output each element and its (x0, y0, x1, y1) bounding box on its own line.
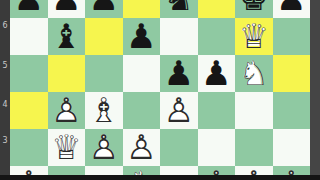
piece-white-queen-g6[interactable]: ♛♕ (235, 18, 273, 55)
knight-fill: ♞ (123, 166, 161, 175)
piece-white-pawn-e4[interactable]: ♟♙ (160, 92, 198, 129)
square-g7[interactable]: ♚ (235, 0, 273, 18)
square-h3[interactable] (273, 129, 311, 166)
pawn-fill: ♟ (85, 129, 123, 166)
square-c5[interactable] (85, 55, 123, 92)
knight-glyph: ♞ (164, 0, 194, 18)
pawn-outline: ♙ (201, 166, 231, 175)
chess-app-viewport: 6543 ♟♟♟♞♚♟♝♟♛♕♟♟♞♘♟♙♝♗♟♙♛♕♟♙♟♙♟♙♞♘♟♙♟♙♟… (0, 0, 320, 180)
square-h6[interactable] (273, 18, 311, 55)
bishop-outline: ♗ (89, 92, 119, 129)
pawn-fill: ♟ (198, 166, 236, 175)
king-glyph: ♚ (239, 0, 269, 18)
piece-white-bishop-c4[interactable]: ♝♗ (85, 92, 123, 129)
pawn-outline: ♙ (239, 166, 269, 175)
square-h2[interactable]: ♟♙ (273, 166, 311, 175)
queen-fill: ♛ (48, 129, 86, 166)
square-b7[interactable]: ♟ (48, 0, 86, 18)
square-a4[interactable] (10, 92, 48, 129)
bishop-glyph: ♝ (51, 18, 81, 55)
pawn-fill: ♟ (235, 166, 273, 175)
queen-outline: ♕ (51, 129, 81, 166)
pawn-fill: ♟ (273, 166, 311, 175)
square-g5[interactable]: ♞♘ (235, 55, 273, 92)
square-f4[interactable] (198, 92, 236, 129)
piece-black-king-g7[interactable]: ♚ (235, 0, 273, 17)
pawn-fill: ♟ (48, 92, 86, 129)
piece-black-pawn-f5[interactable]: ♟ (198, 55, 236, 92)
square-h5[interactable] (273, 55, 311, 92)
square-g4[interactable] (235, 92, 273, 129)
pawn-fill: ♟ (160, 92, 198, 129)
rank-label-5: 5 (0, 61, 10, 71)
pawn-outline: ♙ (14, 166, 44, 175)
pawn-glyph: ♟ (201, 55, 231, 92)
square-f3[interactable] (198, 129, 236, 166)
piece-black-pawn-d6[interactable]: ♟ (123, 18, 161, 55)
pawn-fill: ♟ (10, 166, 48, 175)
square-d2[interactable]: ♞♘ (123, 166, 161, 175)
queen-fill: ♛ (235, 18, 273, 55)
pawn-outline: ♙ (51, 92, 81, 129)
square-c7[interactable]: ♟ (85, 0, 123, 18)
pawn-glyph: ♟ (164, 55, 194, 92)
square-c4[interactable]: ♝♗ (85, 92, 123, 129)
piece-black-pawn-h7[interactable]: ♟ (273, 0, 311, 17)
square-a7[interactable]: ♟ (10, 0, 48, 18)
square-e6[interactable] (160, 18, 198, 55)
piece-black-pawn-c7[interactable]: ♟ (85, 0, 123, 17)
piece-black-pawn-b7[interactable]: ♟ (48, 0, 86, 17)
square-a3[interactable] (10, 129, 48, 166)
square-d7[interactable] (123, 0, 161, 18)
piece-white-knight-g5[interactable]: ♞♘ (235, 55, 273, 92)
piece-white-pawn-a2[interactable]: ♟♙ (10, 166, 48, 175)
pawn-glyph: ♟ (51, 0, 81, 18)
piece-black-knight-e7[interactable]: ♞ (160, 0, 198, 17)
square-d6[interactable]: ♟ (123, 18, 161, 55)
square-a2[interactable]: ♟♙ (10, 166, 48, 175)
piece-black-bishop-b6[interactable]: ♝ (48, 18, 86, 55)
rank-label-6: 6 (0, 21, 10, 31)
square-e2[interactable] (160, 166, 198, 175)
square-g2[interactable]: ♟♙ (235, 166, 273, 175)
square-e5[interactable]: ♟ (160, 55, 198, 92)
piece-white-queen-b3[interactable]: ♛♕ (48, 129, 86, 166)
square-f6[interactable] (198, 18, 236, 55)
pawn-outline: ♙ (89, 129, 119, 166)
pawn-glyph: ♟ (89, 0, 119, 18)
square-c2[interactable] (85, 166, 123, 175)
pawn-glyph: ♟ (14, 0, 44, 18)
rank-label-4: 4 (0, 100, 10, 110)
square-g6[interactable]: ♛♕ (235, 18, 273, 55)
piece-white-pawn-b4[interactable]: ♟♙ (48, 92, 86, 129)
pawn-fill: ♟ (123, 129, 161, 166)
square-b2[interactable] (48, 166, 86, 175)
square-b3[interactable]: ♛♕ (48, 129, 86, 166)
square-c6[interactable] (85, 18, 123, 55)
square-g3[interactable] (235, 129, 273, 166)
piece-white-pawn-h2[interactable]: ♟♙ (273, 166, 311, 175)
square-a6[interactable] (10, 18, 48, 55)
square-f5[interactable]: ♟ (198, 55, 236, 92)
square-h7[interactable]: ♟ (273, 0, 311, 18)
rank-label-3: 3 (0, 136, 10, 146)
square-d4[interactable] (123, 92, 161, 129)
square-e4[interactable]: ♟♙ (160, 92, 198, 129)
chess-board[interactable]: ♟♟♟♞♚♟♝♟♛♕♟♟♞♘♟♙♝♗♟♙♛♕♟♙♟♙♟♙♞♘♟♙♟♙♟♙ (10, 0, 310, 175)
queen-outline: ♕ (239, 18, 269, 55)
square-a5[interactable] (10, 55, 48, 92)
piece-white-pawn-f2[interactable]: ♟♙ (198, 166, 236, 175)
square-c3[interactable]: ♟♙ (85, 129, 123, 166)
pawn-glyph: ♟ (126, 18, 156, 55)
knight-fill: ♞ (235, 55, 273, 92)
left-coordinate-bar: 6543 (0, 0, 10, 175)
piece-white-knight-d2[interactable]: ♞♘ (123, 166, 161, 175)
square-e7[interactable]: ♞ (160, 0, 198, 18)
square-f7[interactable] (198, 0, 236, 18)
bishop-fill: ♝ (85, 92, 123, 129)
piece-white-pawn-c3[interactable]: ♟♙ (85, 129, 123, 166)
square-f2[interactable]: ♟♙ (198, 166, 236, 175)
square-b6[interactable]: ♝ (48, 18, 86, 55)
bottom-edge-bar (0, 175, 320, 180)
pawn-outline: ♙ (126, 129, 156, 166)
piece-white-pawn-g2[interactable]: ♟♙ (235, 166, 273, 175)
right-edge-bar (310, 0, 320, 175)
knight-outline: ♘ (126, 166, 156, 175)
knight-outline: ♘ (239, 55, 269, 92)
piece-black-pawn-a7[interactable]: ♟ (10, 0, 48, 17)
pawn-outline: ♙ (276, 166, 306, 175)
square-b5[interactable] (48, 55, 86, 92)
piece-white-pawn-d3[interactable]: ♟♙ (123, 129, 161, 166)
pawn-outline: ♙ (164, 92, 194, 129)
square-d5[interactable] (123, 55, 161, 92)
square-h4[interactable] (273, 92, 311, 129)
square-d3[interactable]: ♟♙ (123, 129, 161, 166)
piece-black-pawn-e5[interactable]: ♟ (160, 55, 198, 92)
pawn-glyph: ♟ (276, 0, 306, 18)
square-b4[interactable]: ♟♙ (48, 92, 86, 129)
square-e3[interactable] (160, 129, 198, 166)
